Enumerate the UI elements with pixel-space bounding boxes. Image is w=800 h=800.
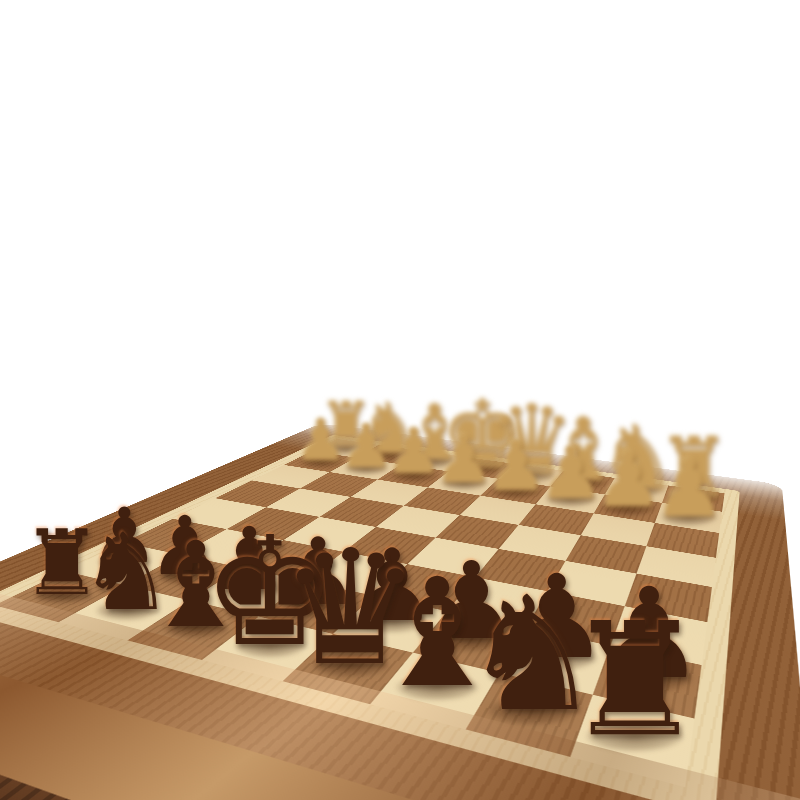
- piece-white-pawn-a2[interactable]: ♟: [653, 448, 725, 529]
- piece-black-rook-a8[interactable]: ♜: [565, 602, 705, 758]
- pieces-layer: ♜♞♝♚♛♝♞♜♟♟♟♟♟♟♟♟♟♟♟♟♟♟♟♟♜♞♝♚♛♝♞♜: [0, 0, 800, 800]
- photo-stage: ♜♞♝♚♛♝♞♜♟♟♟♟♟♟♟♟♟♟♟♟♟♟♟♟♜♞♝♚♛♝♞♜: [0, 0, 800, 800]
